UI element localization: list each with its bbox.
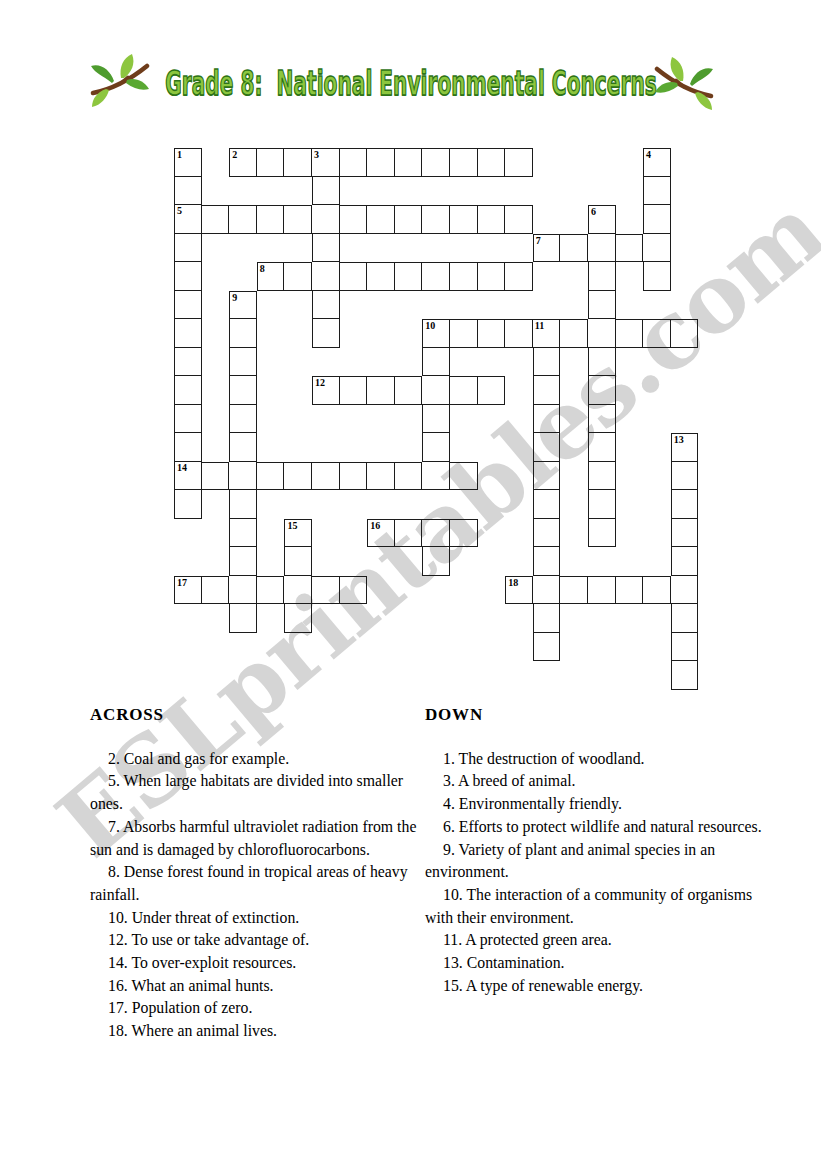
grid-cell-r15c19[interactable] [671,547,699,576]
grid-cell-r4c1[interactable] [174,234,202,263]
grid-cell-r16c6[interactable] [312,576,340,605]
clue-number-16: 16 [370,520,380,532]
down-clue-4: 4. Environmentally friendly. [425,793,767,816]
across-clue-2: 2. Coal and gas for example. [90,748,422,771]
grid-cell-r7c15[interactable] [560,319,588,348]
grid-cell-r5c4[interactable]: 8 [257,262,285,291]
grid-cell-r5c5[interactable] [284,262,312,291]
grid-cell-r7c1[interactable] [174,319,202,348]
grid-cell-r5c11[interactable] [450,262,478,291]
grid-cell-r5c1[interactable] [174,262,202,291]
grid-cell-r18c19[interactable] [671,633,699,662]
grid-cell-r15c10[interactable] [422,547,450,576]
grid-cell-r1c3[interactable]: 2 [229,148,257,177]
grid-cell-r1c13[interactable] [505,148,533,177]
grid-cell-r16c3[interactable] [229,576,257,605]
grid-cell-r12c2[interactable] [202,462,230,491]
across-clue-17: 17. Population of zero. [90,997,422,1020]
grid-cell-r4c6[interactable] [312,234,340,263]
grid-cell-r5c16[interactable] [588,262,616,291]
grid-cell-r11c19[interactable]: 13 [671,433,699,462]
across-clue-12: 12. To use or take advantage of. [90,929,422,952]
grid-cell-r6c1[interactable] [174,291,202,320]
grid-cell-r8c14[interactable] [533,348,561,377]
grid-cell-r6c6[interactable] [312,291,340,320]
grid-cell-r7c16[interactable] [588,319,616,348]
across-clue-16: 16. What an animal hunts. [90,975,422,998]
grid-cell-r1c9[interactable] [395,148,423,177]
grid-cell-r10c16[interactable] [588,405,616,434]
down-clue-3: 3. A breed of animal. [425,770,767,793]
grid-cell-r14c8[interactable]: 16 [367,519,395,548]
grid-cell-r9c1[interactable] [174,376,202,405]
grid-cell-r5c7[interactable] [340,262,368,291]
grid-cell-r12c16[interactable] [588,462,616,491]
grid-cell-r16c13[interactable]: 18 [505,576,533,605]
grid-cell-r12c10[interactable] [422,462,450,491]
grid-cell-r8c3[interactable] [229,348,257,377]
grid-cell-r11c3[interactable] [229,433,257,462]
grid-cell-r10c1[interactable] [174,405,202,434]
crossword-grid: 123456789101112131415161718 [174,148,698,690]
clue-number-14: 14 [177,462,187,474]
grid-cell-r13c14[interactable] [533,490,561,519]
grid-cell-r3c5[interactable] [284,205,312,234]
clue-number-13: 13 [674,434,684,446]
grid-cell-r7c10[interactable]: 10 [422,319,450,348]
across-clue-8: 8. Dense forest found in tropical areas … [90,861,422,906]
grid-cell-r12c19[interactable] [671,462,699,491]
across-clue-7: 7. Absorbs harmful ultraviolet radiation… [90,816,422,861]
branch-leaves-icon-right [654,56,714,116]
grid-cell-r19c19[interactable] [671,661,699,690]
grid-cell-r3c18[interactable] [643,205,671,234]
grid-cell-r1c8[interactable] [367,148,395,177]
clue-number-15: 15 [287,520,297,532]
grid-cell-r1c1[interactable]: 1 [174,148,202,177]
down-clues-section: DOWN 1. The destruction of woodland. 3. … [425,704,767,997]
grid-cell-r6c3[interactable]: 9 [229,291,257,320]
grid-cell-r4c15[interactable] [560,234,588,263]
grid-cell-r17c14[interactable] [533,604,561,633]
grid-cell-r16c1[interactable]: 17 [174,576,202,605]
clue-number-6: 6 [591,206,596,218]
clue-number-10: 10 [425,320,435,332]
grid-cell-r4c14[interactable]: 7 [533,234,561,263]
grid-cell-r5c10[interactable] [422,262,450,291]
grid-cell-r16c14[interactable] [533,576,561,605]
grid-cell-r13c3[interactable] [229,490,257,519]
grid-cell-r5c18[interactable] [643,262,671,291]
clue-number-1: 1 [177,149,182,161]
grid-cell-r3c12[interactable] [478,205,506,234]
grid-cell-r17c5[interactable] [284,604,312,633]
grid-cell-r15c5[interactable] [284,547,312,576]
grid-cell-r16c5[interactable] [284,576,312,605]
grid-cell-r10c10[interactable] [422,405,450,434]
across-clue-18: 18. Where an animal lives. [90,1020,422,1043]
grid-cell-r1c6[interactable]: 3 [312,148,340,177]
grid-cell-r6c16[interactable] [588,291,616,320]
grid-cell-r17c19[interactable] [671,604,699,633]
grid-cell-r12c1[interactable]: 14 [174,462,202,491]
grid-cell-r14c9[interactable] [395,519,423,548]
grid-cell-r16c15[interactable] [560,576,588,605]
clue-number-17: 17 [177,577,187,589]
across-clue-14: 14. To over-exploit resources. [90,952,422,975]
grid-cell-r14c11[interactable] [450,519,478,548]
grid-cell-r15c3[interactable] [229,547,257,576]
grid-cell-r1c7[interactable] [340,148,368,177]
grid-cell-r7c14[interactable]: 11 [533,319,561,348]
grid-cell-r12c11[interactable] [450,462,478,491]
grid-cell-r7c11[interactable] [450,319,478,348]
grid-cell-r1c5[interactable] [284,148,312,177]
clue-number-3: 3 [314,149,319,161]
grid-cell-r16c16[interactable] [588,576,616,605]
grid-cell-r10c3[interactable] [229,405,257,434]
grid-cell-r5c9[interactable] [395,262,423,291]
grid-cell-r7c18[interactable] [643,319,671,348]
grid-cell-r2c6[interactable] [312,177,340,206]
grid-cell-r9c10[interactable] [422,376,450,405]
grid-cell-r2c18[interactable] [643,177,671,206]
clue-number-7: 7 [536,235,541,247]
grid-cell-r9c16[interactable] [588,376,616,405]
down-clue-13: 13. Contamination. [425,952,767,975]
grid-cell-r12c14[interactable] [533,462,561,491]
grid-cell-r3c10[interactable] [422,205,450,234]
grid-cell-r12c4[interactable] [257,462,285,491]
grid-cell-r12c5[interactable] [284,462,312,491]
branch-leaves-icon-left [90,53,150,113]
grid-cell-r16c2[interactable] [202,576,230,605]
grid-cell-r10c14[interactable] [533,405,561,434]
grid-cell-r3c1[interactable]: 5 [174,205,202,234]
grid-cell-r11c16[interactable] [588,433,616,462]
grid-cell-r3c4[interactable] [257,205,285,234]
grid-cell-r5c12[interactable] [478,262,506,291]
grid-cell-r7c3[interactable] [229,319,257,348]
grid-cell-r3c16[interactable]: 6 [588,205,616,234]
grid-cell-r1c4[interactable] [257,148,285,177]
grid-cell-r12c6[interactable] [312,462,340,491]
grid-cell-r16c4[interactable] [257,576,285,605]
clue-number-8: 8 [260,263,265,275]
grid-cell-r16c19[interactable] [671,576,699,605]
grid-cell-r11c1[interactable] [174,433,202,462]
down-header: DOWN [425,704,767,727]
grid-cell-r12c8[interactable] [367,462,395,491]
across-header: ACROSS [90,704,422,727]
grid-cell-r5c6[interactable] [312,262,340,291]
down-clue-9: 9. Variety of plant and animal species i… [425,839,767,884]
grid-cell-r14c19[interactable] [671,519,699,548]
grid-cell-r1c18[interactable]: 4 [643,148,671,177]
grid-cell-r7c6[interactable] [312,319,340,348]
grid-cell-r1c10[interactable] [422,148,450,177]
grid-cell-r9c12[interactable] [478,376,506,405]
clue-number-9: 9 [232,292,237,304]
worksheet-page: ESLprintables.com Grade 8: National Envi… [0,0,821,1169]
grid-cell-r4c17[interactable] [616,234,644,263]
grid-cell-r2c1[interactable] [174,177,202,206]
grid-cell-r3c3[interactable] [229,205,257,234]
grid-cell-r1c12[interactable] [478,148,506,177]
grid-cell-r13c16[interactable] [588,490,616,519]
grid-cell-r5c8[interactable] [367,262,395,291]
grid-cell-r14c3[interactable] [229,519,257,548]
grid-cell-r14c14[interactable] [533,519,561,548]
grid-cell-r4c16[interactable] [588,234,616,263]
down-clue-15: 15. A type of renewable energy. [425,975,767,998]
grid-cell-r9c3[interactable] [229,376,257,405]
grid-cell-r8c1[interactable] [174,348,202,377]
grid-cell-r9c9[interactable] [395,376,423,405]
grid-cell-r11c14[interactable] [533,433,561,462]
grid-cell-r9c7[interactable] [340,376,368,405]
grid-cell-r14c5[interactable]: 15 [284,519,312,548]
grid-cell-r9c11[interactable] [450,376,478,405]
down-clue-6: 6. Efforts to protect wildlife and natur… [425,816,767,839]
grid-cell-r12c9[interactable] [395,462,423,491]
grid-cell-r13c19[interactable] [671,490,699,519]
across-clues-section: ACROSS 2. Coal and gas for example. 5. W… [90,704,422,1043]
grid-cell-r3c11[interactable] [450,205,478,234]
grid-cell-r9c6[interactable]: 12 [312,376,340,405]
grid-cell-r9c8[interactable] [367,376,395,405]
grid-cell-r7c19[interactable] [671,319,699,348]
grid-cell-r7c17[interactable] [616,319,644,348]
grid-cell-r18c14[interactable] [533,633,561,662]
page-title: Grade 8: National Environmental Concerns [165,64,657,103]
grid-cell-r16c7[interactable] [340,576,368,605]
grid-cell-r3c6[interactable] [312,205,340,234]
grid-cell-r3c8[interactable] [367,205,395,234]
grid-cell-r5c13[interactable] [505,262,533,291]
clue-number-18: 18 [508,577,518,589]
grid-cell-r14c16[interactable] [588,519,616,548]
clue-number-2: 2 [232,149,237,161]
grid-cell-r4c18[interactable] [643,234,671,263]
grid-cell-r8c10[interactable] [422,348,450,377]
grid-cell-r13c1[interactable] [174,490,202,519]
grid-cell-r3c9[interactable] [395,205,423,234]
grid-cell-r7c13[interactable] [505,319,533,348]
grid-cell-r11c10[interactable] [422,433,450,462]
clue-number-5: 5 [177,205,182,217]
clue-number-11: 11 [535,320,544,332]
grid-cell-r16c18[interactable] [643,576,671,605]
clue-number-4: 4 [646,149,651,161]
grid-cell-r3c13[interactable] [505,205,533,234]
down-clue-1: 1. The destruction of woodland. [425,748,767,771]
across-clue-5: 5. When large habitats are divided into … [90,770,422,815]
grid-cell-r7c12[interactable] [478,319,506,348]
grid-cell-r16c17[interactable] [616,576,644,605]
grid-cell-r12c3[interactable] [229,462,257,491]
across-clue-10: 10. Under threat of extinction. [90,907,422,930]
grid-cell-r3c2[interactable] [202,205,230,234]
grid-cell-r12c7[interactable] [340,462,368,491]
down-clue-11: 11. A protected green area. [425,929,767,952]
grid-cell-r15c14[interactable] [533,547,561,576]
clue-number-12: 12 [315,377,325,389]
grid-cell-r9c14[interactable] [533,376,561,405]
grid-cell-r14c10[interactable] [422,519,450,548]
down-clue-10: 10. The interaction of a community of or… [425,884,767,929]
grid-cell-r8c16[interactable] [588,348,616,377]
grid-cell-r17c3[interactable] [229,604,257,633]
grid-cell-r3c7[interactable] [340,205,368,234]
grid-cell-r1c11[interactable] [450,148,478,177]
